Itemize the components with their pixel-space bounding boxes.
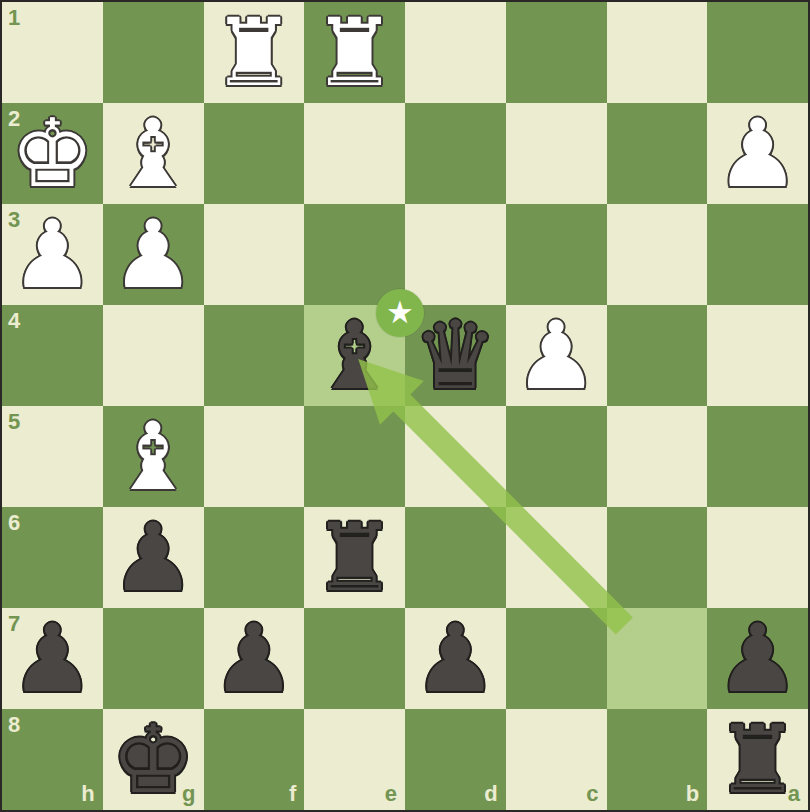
square-h6[interactable]: 6 [2, 507, 103, 608]
coord-file-d: d [484, 783, 497, 805]
coord-rank-5: 5 [8, 411, 20, 433]
square-h1[interactable]: 1 [2, 2, 103, 103]
piece-black-queen[interactable]: ♛ [413, 305, 497, 406]
square-a8[interactable]: a♜ [707, 709, 808, 810]
square-h4[interactable]: 4 [2, 305, 103, 406]
square-c3[interactable] [506, 204, 607, 305]
square-h2[interactable]: 2♚ [2, 103, 103, 204]
square-c4[interactable]: ♟ [506, 305, 607, 406]
square-a6[interactable] [707, 507, 808, 608]
piece-white-pawn[interactable]: ♟ [111, 204, 195, 305]
square-a1[interactable] [707, 2, 808, 103]
square-a7[interactable]: ♟ [707, 608, 808, 709]
square-e3[interactable] [304, 204, 405, 305]
square-f1[interactable]: ♜ [204, 2, 305, 103]
coord-rank-1: 1 [8, 7, 20, 29]
square-c6[interactable] [506, 507, 607, 608]
piece-black-pawn[interactable]: ♟ [715, 608, 799, 709]
square-d5[interactable] [405, 406, 506, 507]
coord-file-c: c [586, 783, 598, 805]
square-b2[interactable] [607, 103, 708, 204]
coord-rank-8: 8 [8, 714, 20, 736]
piece-white-rook[interactable]: ♜ [312, 2, 396, 103]
piece-white-bishop[interactable]: ♝ [111, 406, 195, 507]
piece-white-pawn[interactable]: ♟ [514, 305, 598, 406]
square-h7[interactable]: 7♟ [2, 608, 103, 709]
square-f7[interactable]: ♟ [204, 608, 305, 709]
square-b3[interactable] [607, 204, 708, 305]
square-d2[interactable] [405, 103, 506, 204]
piece-black-pawn[interactable]: ♟ [413, 608, 497, 709]
square-g4[interactable] [103, 305, 204, 406]
square-b6[interactable] [607, 507, 708, 608]
coord-rank-6: 6 [8, 512, 20, 534]
square-h3[interactable]: 3♟ [2, 204, 103, 305]
square-g5[interactable]: ♝ [103, 406, 204, 507]
square-d4[interactable]: ♛ [405, 305, 506, 406]
piece-white-bishop[interactable]: ♝ [111, 103, 195, 204]
chess-board-frame: 1♜♜2♚♝♟3♟♟4♝♛♟5♝6♟♜7♟♟♟♟8hg♚fedcba♜ ★ [0, 0, 810, 812]
square-f5[interactable] [204, 406, 305, 507]
square-e7[interactable] [304, 608, 405, 709]
piece-black-pawn[interactable]: ♟ [212, 608, 296, 709]
coord-rank-4: 4 [8, 310, 20, 332]
piece-black-rook[interactable]: ♜ [715, 709, 799, 810]
square-e5[interactable] [304, 406, 405, 507]
square-a5[interactable] [707, 406, 808, 507]
square-f3[interactable] [204, 204, 305, 305]
square-d8[interactable]: d [405, 709, 506, 810]
square-h5[interactable]: 5 [2, 406, 103, 507]
square-b8[interactable]: b [607, 709, 708, 810]
square-f8[interactable]: f [204, 709, 305, 810]
square-d1[interactable] [405, 2, 506, 103]
square-d6[interactable] [405, 507, 506, 608]
square-c7[interactable] [506, 608, 607, 709]
coord-file-e: e [385, 783, 397, 805]
square-h8[interactable]: 8h [2, 709, 103, 810]
square-c5[interactable] [506, 406, 607, 507]
coord-file-b: b [686, 783, 699, 805]
square-e2[interactable] [304, 103, 405, 204]
square-b5[interactable] [607, 406, 708, 507]
square-e8[interactable]: e [304, 709, 405, 810]
square-d7[interactable]: ♟ [405, 608, 506, 709]
square-b4[interactable] [607, 305, 708, 406]
piece-black-pawn[interactable]: ♟ [10, 608, 94, 709]
square-f4[interactable] [204, 305, 305, 406]
square-a3[interactable] [707, 204, 808, 305]
chess-board: 1♜♜2♚♝♟3♟♟4♝♛♟5♝6♟♜7♟♟♟♟8hg♚fedcba♜ [2, 2, 808, 810]
square-d3[interactable] [405, 204, 506, 305]
piece-black-bishop[interactable]: ♝ [312, 305, 396, 406]
piece-black-rook[interactable]: ♜ [312, 507, 396, 608]
square-b1[interactable] [607, 2, 708, 103]
piece-black-pawn[interactable]: ♟ [111, 507, 195, 608]
square-b7[interactable] [607, 608, 708, 709]
square-f6[interactable] [204, 507, 305, 608]
square-g3[interactable]: ♟ [103, 204, 204, 305]
square-g1[interactable] [103, 2, 204, 103]
square-c8[interactable]: c [506, 709, 607, 810]
piece-white-pawn[interactable]: ♟ [10, 204, 94, 305]
coord-file-h: h [81, 783, 94, 805]
square-g6[interactable]: ♟ [103, 507, 204, 608]
square-e1[interactable]: ♜ [304, 2, 405, 103]
coord-file-f: f [289, 783, 296, 805]
piece-white-king[interactable]: ♚ [10, 103, 94, 204]
square-g2[interactable]: ♝ [103, 103, 204, 204]
square-c1[interactable] [506, 2, 607, 103]
piece-white-pawn[interactable]: ♟ [715, 103, 799, 204]
square-c2[interactable] [506, 103, 607, 204]
square-a4[interactable] [707, 305, 808, 406]
piece-black-king[interactable]: ♚ [111, 709, 195, 810]
square-f2[interactable] [204, 103, 305, 204]
square-g7[interactable] [103, 608, 204, 709]
square-g8[interactable]: g♚ [103, 709, 204, 810]
square-a2[interactable]: ♟ [707, 103, 808, 204]
square-e6[interactable]: ♜ [304, 507, 405, 608]
piece-white-rook[interactable]: ♜ [212, 2, 296, 103]
square-e4[interactable]: ♝ [304, 305, 405, 406]
